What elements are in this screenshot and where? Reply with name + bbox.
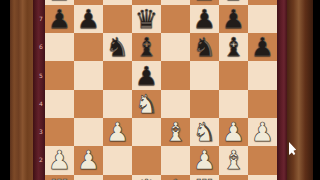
square-a3[interactable] (45, 118, 74, 146)
square-g2[interactable]: ♝ (219, 146, 248, 174)
square-d5[interactable]: ♟ (132, 61, 161, 89)
square-c1[interactable] (103, 175, 132, 180)
square-g5[interactable] (219, 61, 248, 89)
white-queen-icon[interactable]: ♛ (135, 176, 158, 180)
square-b6[interactable] (74, 33, 103, 61)
square-b4[interactable] (74, 90, 103, 118)
black-pawn-icon[interactable]: ♟ (251, 34, 274, 60)
square-h6[interactable]: ♟ (248, 33, 277, 61)
square-c5[interactable] (103, 61, 132, 89)
square-e2[interactable] (161, 146, 190, 174)
white-bishop-icon[interactable]: ♝ (164, 119, 187, 145)
white-pawn-icon[interactable]: ♟ (48, 147, 71, 173)
square-h4[interactable] (248, 90, 277, 118)
white-pawn-icon[interactable]: ♟ (222, 119, 245, 145)
square-c2[interactable] (103, 146, 132, 174)
rank-label-3: 3 (37, 129, 45, 135)
square-f2[interactable]: ♟ (190, 146, 219, 174)
board-frame-trim-right (277, 0, 287, 180)
square-d2[interactable] (132, 146, 161, 174)
square-e3[interactable]: ♝ (161, 118, 190, 146)
square-c6[interactable]: ♞ (103, 33, 132, 61)
white-pawn-icon[interactable]: ♟ (251, 119, 274, 145)
square-d3[interactable] (132, 118, 161, 146)
square-b2[interactable]: ♟ (74, 146, 103, 174)
square-e5[interactable] (161, 61, 190, 89)
white-pawn-icon[interactable]: ♟ (193, 147, 216, 173)
square-e1[interactable]: ♚ (161, 175, 190, 180)
square-h3[interactable]: ♟ (248, 118, 277, 146)
square-b5[interactable] (74, 61, 103, 89)
white-rook-icon[interactable]: ♜ (193, 176, 216, 180)
square-e4[interactable] (161, 90, 190, 118)
rank-label-7: 7 (37, 16, 45, 22)
board-frame-wood-left (10, 0, 33, 180)
rank-label-5: 5 (37, 73, 45, 79)
black-pawn-icon[interactable]: ♟ (193, 6, 216, 32)
square-b1[interactable] (74, 175, 103, 180)
square-f1[interactable]: ♜ (190, 175, 219, 180)
square-f3[interactable]: ♞ (190, 118, 219, 146)
square-a2[interactable]: ♟ (45, 146, 74, 174)
black-bishop-icon[interactable]: ♝ (135, 34, 158, 60)
square-h5[interactable] (248, 61, 277, 89)
white-bishop-icon[interactable]: ♝ (222, 147, 245, 173)
square-e6[interactable] (161, 33, 190, 61)
white-pawn-icon[interactable]: ♟ (106, 119, 129, 145)
square-g1[interactable] (219, 175, 248, 180)
square-g7[interactable]: ♟ (219, 5, 248, 33)
black-pawn-icon[interactable]: ♟ (48, 6, 71, 32)
square-f4[interactable] (190, 90, 219, 118)
rank-label-4: 4 (37, 101, 45, 107)
square-a6[interactable] (45, 33, 74, 61)
black-pawn-icon[interactable]: ♟ (77, 6, 100, 32)
square-f5[interactable] (190, 61, 219, 89)
square-d1[interactable]: ♛ (132, 175, 161, 180)
square-f7[interactable]: ♟ (190, 5, 219, 33)
black-pawn-icon[interactable]: ♟ (222, 6, 245, 32)
white-rook-icon[interactable]: ♜ (48, 176, 71, 180)
square-b7[interactable]: ♟ (74, 5, 103, 33)
square-g3[interactable]: ♟ (219, 118, 248, 146)
white-king-icon[interactable]: ♚ (164, 176, 187, 180)
square-a1[interactable]: ♜ (45, 175, 74, 180)
board-frame-trim-left (33, 0, 45, 180)
square-h2[interactable] (248, 146, 277, 174)
square-f6[interactable]: ♞ (190, 33, 219, 61)
black-queen-icon[interactable]: ♛ (135, 6, 158, 32)
black-pawn-icon[interactable]: ♟ (135, 63, 158, 89)
rank-label-2: 2 (37, 157, 45, 163)
square-c7[interactable] (103, 5, 132, 33)
white-knight-icon[interactable]: ♞ (193, 119, 216, 145)
square-h7[interactable] (248, 5, 277, 33)
square-c3[interactable]: ♟ (103, 118, 132, 146)
square-a4[interactable] (45, 90, 74, 118)
square-c4[interactable] (103, 90, 132, 118)
square-a7[interactable]: ♟ (45, 5, 74, 33)
black-bishop-icon[interactable]: ♝ (222, 34, 245, 60)
square-e7[interactable] (161, 5, 190, 33)
chess-board[interactable]: ♜♜♚♟♟♛♟♟♞♝♞♝♟♟♞♟♝♞♟♟♟♟♟♝♜♛♚♜ (45, 0, 277, 180)
square-g6[interactable]: ♝ (219, 33, 248, 61)
square-d7[interactable]: ♛ (132, 5, 161, 33)
black-knight-icon[interactable]: ♞ (193, 34, 216, 60)
square-h1[interactable] (248, 175, 277, 180)
white-knight-icon[interactable]: ♞ (135, 91, 158, 117)
square-d6[interactable]: ♝ (132, 33, 161, 61)
square-a5[interactable] (45, 61, 74, 89)
chess-app-window: ♜♜♚♟♟♛♟♟♞♝♞♝♟♟♞♟♝♞♟♟♟♟♟♝♜♛♚♜ 765432 (0, 0, 320, 180)
square-g4[interactable] (219, 90, 248, 118)
rank-label-6: 6 (37, 44, 45, 50)
white-pawn-icon[interactable]: ♟ (77, 147, 100, 173)
black-knight-icon[interactable]: ♞ (106, 34, 129, 60)
square-b3[interactable] (74, 118, 103, 146)
square-d4[interactable]: ♞ (132, 90, 161, 118)
